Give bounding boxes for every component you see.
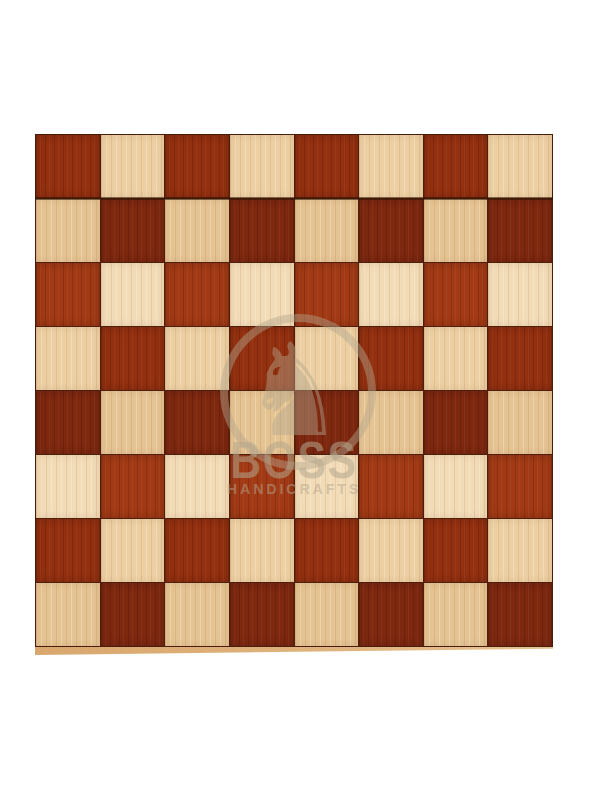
board-square-c8[interactable] <box>165 135 229 198</box>
board-square-e8[interactable] <box>295 135 359 198</box>
board-square-d4[interactable] <box>230 391 294 454</box>
board-square-d2[interactable] <box>230 519 294 582</box>
board-square-b8[interactable] <box>101 135 165 198</box>
board-square-c5[interactable] <box>165 327 229 390</box>
board-square-h3[interactable] <box>488 455 552 518</box>
board-square-d8[interactable] <box>230 135 294 198</box>
product-photo: ♞ BOSS HANDICRAFTS <box>0 0 600 800</box>
board-square-g1[interactable] <box>424 583 488 646</box>
board-square-b4[interactable] <box>101 391 165 454</box>
board-square-f7[interactable] <box>359 199 423 262</box>
board-square-b3[interactable] <box>101 455 165 518</box>
chess-board-grid <box>35 134 553 647</box>
board-square-d3[interactable] <box>230 455 294 518</box>
board-square-e5[interactable] <box>295 327 359 390</box>
board-square-d1[interactable] <box>230 583 294 646</box>
board-square-f5[interactable] <box>359 327 423 390</box>
board-square-h8[interactable] <box>488 135 552 198</box>
board-square-h1[interactable] <box>488 583 552 646</box>
board-square-a4[interactable] <box>36 391 100 454</box>
board-square-a2[interactable] <box>36 519 100 582</box>
board-square-g8[interactable] <box>424 135 488 198</box>
board-square-f2[interactable] <box>359 519 423 582</box>
board-square-b2[interactable] <box>101 519 165 582</box>
board-square-c7[interactable] <box>165 199 229 262</box>
board-square-g2[interactable] <box>424 519 488 582</box>
board-square-g5[interactable] <box>424 327 488 390</box>
board-square-g4[interactable] <box>424 391 488 454</box>
board-square-f1[interactable] <box>359 583 423 646</box>
board-square-a5[interactable] <box>36 327 100 390</box>
board-square-f3[interactable] <box>359 455 423 518</box>
board-square-f8[interactable] <box>359 135 423 198</box>
board-square-g7[interactable] <box>424 199 488 262</box>
board-square-c6[interactable] <box>165 263 229 326</box>
board-square-a7[interactable] <box>36 199 100 262</box>
board-square-h5[interactable] <box>488 327 552 390</box>
board-square-a3[interactable] <box>36 455 100 518</box>
board-square-d7[interactable] <box>230 199 294 262</box>
board-square-b5[interactable] <box>101 327 165 390</box>
board-square-f6[interactable] <box>359 263 423 326</box>
board-square-d5[interactable] <box>230 327 294 390</box>
board-square-h4[interactable] <box>488 391 552 454</box>
board-square-e2[interactable] <box>295 519 359 582</box>
board-square-f4[interactable] <box>359 391 423 454</box>
board-square-c4[interactable] <box>165 391 229 454</box>
board-square-g6[interactable] <box>424 263 488 326</box>
board-square-g3[interactable] <box>424 455 488 518</box>
board-side-edge <box>35 647 553 655</box>
board-square-c2[interactable] <box>165 519 229 582</box>
board-square-e6[interactable] <box>295 263 359 326</box>
board-square-a1[interactable] <box>36 583 100 646</box>
chess-board: ♞ BOSS HANDICRAFTS <box>35 134 553 647</box>
board-square-a8[interactable] <box>36 135 100 198</box>
board-square-e7[interactable] <box>295 199 359 262</box>
board-square-b1[interactable] <box>101 583 165 646</box>
board-square-c3[interactable] <box>165 455 229 518</box>
board-square-d6[interactable] <box>230 263 294 326</box>
board-square-h6[interactable] <box>488 263 552 326</box>
board-square-e4[interactable] <box>295 391 359 454</box>
board-square-c1[interactable] <box>165 583 229 646</box>
board-square-h7[interactable] <box>488 199 552 262</box>
board-square-b7[interactable] <box>101 199 165 262</box>
board-square-e3[interactable] <box>295 455 359 518</box>
board-square-h2[interactable] <box>488 519 552 582</box>
board-square-a6[interactable] <box>36 263 100 326</box>
board-square-e1[interactable] <box>295 583 359 646</box>
board-square-b6[interactable] <box>101 263 165 326</box>
